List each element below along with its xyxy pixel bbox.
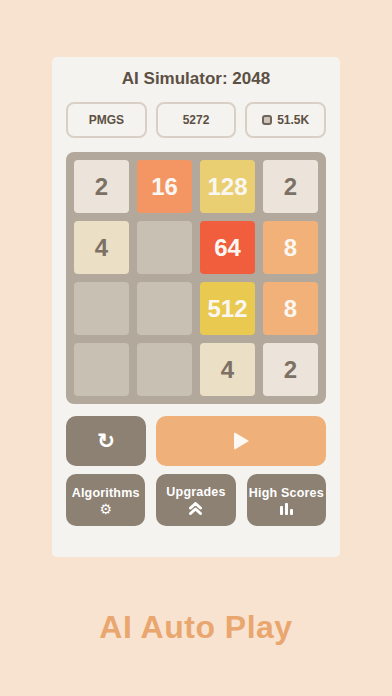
upgrades-label: Upgrades [166,485,225,499]
double-chevron-up-icon [188,502,203,515]
empty-cell [137,221,192,274]
tile-2: 2 [74,160,129,213]
controls-row: ↻ [66,416,326,466]
coins-stat-button[interactable]: 51.5K [245,102,326,138]
score-stat-button[interactable]: 5272 [156,102,237,138]
algorithms-button[interactable]: Algorithms ⚙ [66,474,145,526]
upgrades-button[interactable]: Upgrades [156,474,235,526]
high-scores-label: High Scores [249,486,324,500]
gear-icon: ⚙ [99,503,112,515]
simulator-card: AI Simulator: 2048 PMGS 5272 51.5K 21612… [52,57,340,557]
tile-128: 128 [200,160,255,213]
coins-value: 51.5K [277,113,309,127]
bar-chart-icon [280,503,293,515]
empty-cell [74,343,129,396]
tile-16: 16 [137,160,192,213]
page-title: AI Simulator: 2048 [66,67,326,89]
high-scores-button[interactable]: High Scores [247,474,326,526]
score-value: 5272 [183,113,210,127]
tile-4: 4 [74,221,129,274]
tile-8: 8 [263,221,318,274]
algorithms-label: Algorithms [72,486,140,500]
footer-caption: AI Auto Play [0,609,392,646]
tile-2: 2 [263,160,318,213]
tile-8: 8 [263,282,318,335]
menu-row: Algorithms ⚙ Upgrades High Scores [66,474,326,526]
restart-button[interactable]: ↻ [66,416,146,466]
board-grid[interactable]: 21612824648512842 [66,152,326,404]
tile-2: 2 [263,343,318,396]
algorithm-label: PMGS [89,113,124,127]
play-icon [234,432,249,450]
tile-4: 4 [200,343,255,396]
empty-cell [137,343,192,396]
stats-row: PMGS 5272 51.5K [66,102,326,138]
algorithm-stat-button[interactable]: PMGS [66,102,147,138]
chip-icon [262,115,272,125]
empty-cell [137,282,192,335]
play-button[interactable] [156,416,326,466]
tile-64: 64 [200,221,255,274]
empty-cell [74,282,129,335]
tile-512: 512 [200,282,255,335]
restart-icon: ↻ [97,429,115,453]
